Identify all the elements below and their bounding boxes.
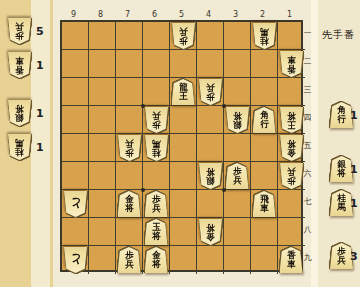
board-cell-9四[interactable] xyxy=(62,106,89,134)
board-piece-桂馬[interactable]: 桂馬 xyxy=(145,135,168,161)
file-label-3: 3 xyxy=(222,10,249,19)
board-piece-歩兵[interactable]: 歩兵 xyxy=(226,163,249,189)
piece-face: 飛車 xyxy=(253,191,276,217)
star-point xyxy=(141,188,145,192)
board-cell-8九[interactable] xyxy=(89,246,116,274)
piece-face: 歩兵 xyxy=(226,163,249,189)
board-piece-金将[interactable]: 金将 xyxy=(145,247,168,273)
board-piece-と[interactable]: と xyxy=(64,247,87,273)
piece-face: 歩兵 xyxy=(199,79,222,105)
board-piece-玉将[interactable]: 玉将 xyxy=(145,219,168,245)
board-cell-2三[interactable] xyxy=(251,78,278,106)
file-label-5: 5 xyxy=(168,10,195,19)
turn-indicator: 先手番 xyxy=(317,28,360,42)
gote-hand-count-歩兵: 5 xyxy=(36,25,44,38)
piece-face: 歩兵 xyxy=(280,163,303,189)
rank-label-三: 三 xyxy=(303,76,312,104)
piece-face: 桂馬 xyxy=(145,135,168,161)
board-cell-9六[interactable] xyxy=(62,162,89,190)
piece-face: 歩兵 xyxy=(8,18,31,44)
board-cell-3八[interactable] xyxy=(224,218,251,246)
piece-face: 歩兵 xyxy=(172,23,195,49)
board-piece-香車[interactable]: 香車 xyxy=(280,51,303,77)
piece-face: 歩兵 xyxy=(145,191,168,217)
piece-face: と xyxy=(64,247,87,273)
piece-face: 金将 xyxy=(118,191,141,217)
rank-label-四: 四 xyxy=(303,104,312,132)
piece-face: 香車 xyxy=(280,247,303,273)
board-cell-8六[interactable] xyxy=(89,162,116,190)
sente-hand-count-歩兵: 3 xyxy=(350,250,358,263)
sente-hand-count-銀将: 1 xyxy=(350,163,358,176)
file-label-8: 8 xyxy=(87,10,114,19)
piece-face: 金将 xyxy=(145,247,168,273)
rank-label-六: 六 xyxy=(303,160,312,188)
right-separator xyxy=(311,0,318,287)
board-piece-歩兵[interactable]: 歩兵 xyxy=(145,191,168,217)
board-piece-銀将[interactable]: 銀将 xyxy=(226,107,249,133)
gote-hand-piece-香車[interactable]: 香車 xyxy=(8,52,31,78)
piece-face: 玉将 xyxy=(145,219,168,245)
piece-face: 金将 xyxy=(280,135,303,161)
rank-label-九: 九 xyxy=(303,244,312,272)
board-piece-龍王[interactable]: 龍王 xyxy=(172,79,195,105)
board-piece-銀将[interactable]: 銀将 xyxy=(199,163,222,189)
rank-label-八: 八 xyxy=(303,216,312,244)
shogi-board: 歩兵桂馬香車龍王歩兵歩兵銀将角行王将歩兵桂馬金将銀将歩兵歩兵と金将歩兵飛車玉将金… xyxy=(60,20,303,272)
file-label-2: 2 xyxy=(249,10,276,19)
piece-face: 香車 xyxy=(8,52,31,78)
board-piece-金将[interactable]: 金将 xyxy=(280,135,303,161)
board-cell-4二[interactable] xyxy=(197,50,224,78)
board-cell-7三[interactable] xyxy=(116,78,143,106)
piece-face: 銀将 xyxy=(8,100,31,126)
piece-face: 桂馬 xyxy=(8,134,31,160)
piece-face: 角行 xyxy=(253,107,276,133)
board-cell-6六[interactable] xyxy=(143,162,170,190)
board-cell-7四[interactable] xyxy=(116,106,143,134)
board-cell-1一[interactable] xyxy=(278,22,305,50)
piece-face: 歩兵 xyxy=(118,247,141,273)
piece-face: 龍王 xyxy=(172,79,195,105)
board-cell-1八[interactable] xyxy=(278,218,305,246)
board-cell-9二[interactable] xyxy=(62,50,89,78)
board-cell-4九[interactable] xyxy=(197,246,224,274)
board-cell-8八[interactable] xyxy=(89,218,116,246)
board-piece-歩兵[interactable]: 歩兵 xyxy=(280,163,303,189)
board-cell-2二[interactable] xyxy=(251,50,278,78)
board-cell-2六[interactable] xyxy=(251,162,278,190)
piece-face: 歩兵 xyxy=(145,107,168,133)
board-cell-6三[interactable] xyxy=(143,78,170,106)
board-piece-香車[interactable]: 香車 xyxy=(280,247,303,273)
board-cell-3九[interactable] xyxy=(224,246,251,274)
board-piece-角行[interactable]: 角行 xyxy=(253,107,276,133)
board-cell-9八[interactable] xyxy=(62,218,89,246)
board-cell-2五[interactable] xyxy=(251,134,278,162)
board-cell-7二[interactable] xyxy=(116,50,143,78)
board-cell-6一[interactable] xyxy=(143,22,170,50)
piece-face: 王将 xyxy=(280,107,303,133)
gote-hand-piece-歩兵[interactable]: 歩兵 xyxy=(8,18,31,44)
board-cell-6二[interactable] xyxy=(143,50,170,78)
file-label-1: 1 xyxy=(276,10,303,19)
piece-face: 桂馬 xyxy=(253,23,276,49)
gote-hand-count-銀将: 1 xyxy=(36,107,44,120)
board-cell-3二[interactable] xyxy=(224,50,251,78)
sente-hand-count-桂馬: 1 xyxy=(350,197,358,210)
board-cell-9三[interactable] xyxy=(62,78,89,106)
board-cell-3一[interactable] xyxy=(224,22,251,50)
board-piece-王将[interactable]: 王将 xyxy=(280,107,303,133)
board-piece-と[interactable]: と xyxy=(64,191,87,217)
sente-hand-count-角行: 1 xyxy=(350,109,358,122)
board-piece-歩兵[interactable]: 歩兵 xyxy=(145,107,168,133)
piece-face: 香車 xyxy=(280,51,303,77)
board-piece-歩兵[interactable]: 歩兵 xyxy=(199,79,222,105)
board-cell-1三[interactable] xyxy=(278,78,305,106)
board-cell-7六[interactable] xyxy=(116,162,143,190)
board-cell-3七[interactable] xyxy=(224,190,251,218)
star-point xyxy=(222,104,226,108)
board-cell-2九[interactable] xyxy=(251,246,278,274)
board-cell-3三[interactable] xyxy=(224,78,251,106)
piece-face: 銀将 xyxy=(199,163,222,189)
board-cell-8五[interactable] xyxy=(89,134,116,162)
board-cell-5二[interactable] xyxy=(170,50,197,78)
file-label-4: 4 xyxy=(195,10,222,19)
star-point xyxy=(141,104,145,108)
piece-face: 金将 xyxy=(199,219,222,245)
piece-face: 歩兵 xyxy=(118,135,141,161)
shogi-diagram: 先手番 歩兵桂馬香車龍王歩兵歩兵銀将角行王将歩兵桂馬金将銀将歩兵歩兵と金将歩兵飛… xyxy=(0,0,360,287)
rank-label-五: 五 xyxy=(303,132,312,160)
board-cell-7一[interactable] xyxy=(116,22,143,50)
board-cell-5四[interactable] xyxy=(170,106,197,134)
board-cell-5五[interactable] xyxy=(170,134,197,162)
gote-hand-piece-桂馬[interactable]: 桂馬 xyxy=(8,134,31,160)
board-cell-5九[interactable] xyxy=(170,246,197,274)
board-cell-4一[interactable] xyxy=(197,22,224,50)
board-piece-飛車[interactable]: 飛車 xyxy=(253,191,276,217)
board-cell-8四[interactable] xyxy=(89,106,116,134)
board-cell-5七[interactable] xyxy=(170,190,197,218)
file-label-6: 6 xyxy=(141,10,168,19)
file-label-9: 9 xyxy=(60,10,87,19)
board-cell-7八[interactable] xyxy=(116,218,143,246)
board-cell-8七[interactable] xyxy=(89,190,116,218)
board-cell-1七[interactable] xyxy=(278,190,305,218)
board-cell-9一[interactable] xyxy=(62,22,89,50)
board-cell-4五[interactable] xyxy=(197,134,224,162)
gote-hand-count-桂馬: 1 xyxy=(36,141,44,154)
rank-label-二: 二 xyxy=(303,48,312,76)
board-cell-8二[interactable] xyxy=(89,50,116,78)
star-point xyxy=(222,188,226,192)
board-cell-3五[interactable] xyxy=(224,134,251,162)
board-piece-金将[interactable]: 金将 xyxy=(118,191,141,217)
gote-hand-piece-銀将[interactable]: 銀将 xyxy=(8,100,31,126)
rank-label-七: 七 xyxy=(303,188,312,216)
board-piece-歩兵[interactable]: 歩兵 xyxy=(172,23,195,49)
board-cell-8三[interactable] xyxy=(89,78,116,106)
board-cell-9五[interactable] xyxy=(62,134,89,162)
board-piece-桂馬[interactable]: 桂馬 xyxy=(253,23,276,49)
board-cell-8一[interactable] xyxy=(89,22,116,50)
rank-label-一: 一 xyxy=(303,20,312,48)
piece-face: と xyxy=(64,191,87,217)
board-piece-金将[interactable]: 金将 xyxy=(199,219,222,245)
board-cell-4七[interactable] xyxy=(197,190,224,218)
board-cell-4四[interactable] xyxy=(197,106,224,134)
board-piece-歩兵[interactable]: 歩兵 xyxy=(118,135,141,161)
board-cell-5八[interactable] xyxy=(170,218,197,246)
board-cell-5六[interactable] xyxy=(170,162,197,190)
board-piece-歩兵[interactable]: 歩兵 xyxy=(118,247,141,273)
gote-hand-count-香車: 1 xyxy=(36,59,44,72)
piece-face: 銀将 xyxy=(226,107,249,133)
file-label-7: 7 xyxy=(114,10,141,19)
board-cell-2八[interactable] xyxy=(251,218,278,246)
